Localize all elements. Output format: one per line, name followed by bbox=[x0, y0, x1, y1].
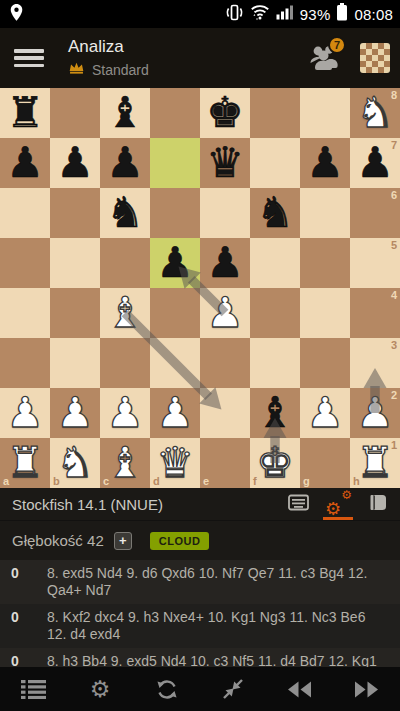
square-h7[interactable]: ♟7 bbox=[350, 138, 400, 188]
piece-black-bishop: ♝ bbox=[256, 388, 294, 438]
square-c3[interactable] bbox=[100, 338, 150, 388]
line-moves: 8. h3 Bb4 9. exd5 Nd4 10. c3 Nf5 11. d4 … bbox=[47, 653, 392, 667]
file-label: f bbox=[253, 476, 257, 487]
file-label: b bbox=[53, 476, 60, 487]
engine-line-3[interactable]: 0 8. h3 Bb4 9. exd5 Nd4 10. c3 Nf5 11. d… bbox=[0, 648, 400, 667]
square-c6[interactable]: ♞ bbox=[100, 188, 150, 238]
square-c7[interactable]: ♟ bbox=[100, 138, 150, 188]
tab-hashboard[interactable] bbox=[286, 488, 310, 520]
file-label: g bbox=[303, 476, 310, 487]
line-eval: 0 bbox=[0, 565, 47, 599]
square-b1[interactable]: ♞b bbox=[50, 438, 100, 488]
square-d4[interactable] bbox=[150, 288, 200, 338]
clock-time: 08:08 bbox=[354, 6, 393, 23]
square-g3[interactable] bbox=[300, 338, 350, 388]
flip-refresh-button[interactable] bbox=[145, 671, 189, 707]
square-g7[interactable]: ♟ bbox=[300, 138, 350, 188]
piece-black-pawn: ♟ bbox=[306, 138, 344, 188]
piece-black-pawn: ♟ bbox=[56, 138, 94, 188]
piece-white-pawn: ♟ bbox=[206, 288, 244, 338]
piece-black-pawn: ♟ bbox=[156, 238, 194, 288]
piece-white-knight: ♞ bbox=[356, 88, 394, 138]
square-b4[interactable] bbox=[50, 288, 100, 338]
engine-header: Stockfish 14.1 (NNUE) ⚙ ⚙ bbox=[0, 488, 400, 520]
square-h2[interactable]: ♟2 bbox=[350, 388, 400, 438]
square-b7[interactable]: ♟ bbox=[50, 138, 100, 188]
square-g1[interactable]: g bbox=[300, 438, 350, 488]
file-label: h bbox=[353, 476, 360, 487]
line-moves: 8. exd5 Nd4 9. d6 Qxd6 10. Nf7 Qe7 11. c… bbox=[47, 565, 392, 599]
cloud-badge: CLOUD bbox=[150, 532, 210, 550]
engine-lines: 0 8. exd5 Nd4 9. d6 Qxd6 10. Nf7 Qe7 11.… bbox=[0, 560, 400, 667]
line-moves: 8. Kxf2 dxc4 9. h3 Nxe4+ 10. Kg1 Ng3 11.… bbox=[47, 609, 392, 643]
tab-engine-settings[interactable]: ⚙ ⚙ bbox=[326, 488, 350, 520]
piece-white-bishop: ♝ bbox=[106, 438, 144, 488]
battery-icon bbox=[336, 3, 348, 25]
square-g2[interactable]: ♟ bbox=[300, 388, 350, 438]
engine-panel: Stockfish 14.1 (NNUE) ⚙ ⚙ bbox=[0, 488, 400, 667]
collapse-arrows-icon bbox=[222, 678, 244, 700]
fast-forward-icon bbox=[353, 680, 380, 699]
square-f3[interactable] bbox=[250, 338, 300, 388]
rank-label: 8 bbox=[391, 90, 397, 101]
line-eval: 0 bbox=[0, 609, 47, 643]
depth-label: Głębokość 42 bbox=[12, 532, 104, 549]
square-f5[interactable] bbox=[250, 238, 300, 288]
depth-row: Głębokość 42 + CLOUD bbox=[0, 520, 400, 560]
friends-button[interactable]: 7 bbox=[308, 42, 342, 74]
square-f8[interactable] bbox=[250, 88, 300, 138]
square-c1[interactable]: ♝c bbox=[100, 438, 150, 488]
rank-label: 6 bbox=[391, 190, 397, 201]
piece-black-king: ♚ bbox=[206, 88, 244, 138]
menu-icon[interactable] bbox=[14, 47, 44, 69]
file-label: a bbox=[3, 476, 9, 487]
piece-black-bishop: ♝ bbox=[106, 88, 144, 138]
square-d5[interactable]: ♟ bbox=[150, 238, 200, 288]
square-a3[interactable] bbox=[0, 338, 50, 388]
rank-label: 3 bbox=[391, 340, 397, 351]
square-a2[interactable]: ♟ bbox=[0, 388, 50, 438]
square-f6[interactable]: ♞ bbox=[250, 188, 300, 238]
square-c5[interactable] bbox=[100, 238, 150, 288]
crown-icon bbox=[68, 60, 85, 79]
bottom-toolbar: ⚙ bbox=[0, 667, 400, 711]
square-e4[interactable]: ♟ bbox=[200, 288, 250, 338]
square-g5[interactable] bbox=[300, 238, 350, 288]
file-label: d bbox=[153, 476, 160, 487]
piece-white-queen: ♛ bbox=[156, 438, 194, 488]
engine-name: Stockfish 14.1 (NNUE) bbox=[12, 496, 286, 513]
book-icon bbox=[369, 494, 387, 515]
square-d2[interactable]: ♟ bbox=[150, 388, 200, 438]
piece-white-pawn: ♟ bbox=[306, 388, 344, 438]
piece-white-pawn: ♟ bbox=[356, 388, 394, 438]
square-a6[interactable] bbox=[0, 188, 50, 238]
square-g8[interactable] bbox=[300, 88, 350, 138]
square-f7[interactable] bbox=[250, 138, 300, 188]
deeper-button[interactable]: + bbox=[114, 532, 132, 550]
square-g4[interactable] bbox=[300, 288, 350, 338]
battery-percent: 93% bbox=[300, 6, 331, 23]
square-c4[interactable]: ♝ bbox=[100, 288, 150, 338]
piece-black-pawn: ♟ bbox=[106, 138, 144, 188]
piece-white-pawn: ♟ bbox=[106, 388, 144, 438]
square-f1[interactable]: ♚f bbox=[250, 438, 300, 488]
square-f2[interactable]: ♝ bbox=[250, 388, 300, 438]
square-a8[interactable]: ♜ bbox=[0, 88, 50, 138]
location-pin-icon bbox=[9, 3, 24, 26]
people-icon bbox=[308, 58, 340, 75]
square-h4[interactable]: 4 bbox=[350, 288, 400, 338]
square-h6[interactable]: 6 bbox=[350, 188, 400, 238]
app-header: Analiza Standard 7 bbox=[0, 28, 400, 88]
rank-label: 5 bbox=[391, 240, 397, 251]
square-a4[interactable] bbox=[0, 288, 50, 338]
square-c2[interactable]: ♟ bbox=[100, 388, 150, 438]
rewind-button[interactable] bbox=[278, 671, 322, 707]
square-e6[interactable] bbox=[200, 188, 250, 238]
square-h1[interactable]: ♜1h bbox=[350, 438, 400, 488]
square-h3[interactable]: 3 bbox=[350, 338, 400, 388]
piece-black-queen: ♛ bbox=[206, 138, 244, 188]
piece-black-knight: ♞ bbox=[256, 188, 294, 238]
fast-rewind-icon bbox=[286, 680, 313, 699]
screen-icon bbox=[288, 494, 309, 515]
piece-white-pawn: ♟ bbox=[6, 388, 44, 438]
square-e5[interactable]: ♟ bbox=[200, 238, 250, 288]
piece-black-pawn: ♟ bbox=[356, 138, 394, 188]
piece-white-pawn: ♟ bbox=[56, 388, 94, 438]
square-e2[interactable] bbox=[200, 388, 250, 438]
gear-icon: ⚙ bbox=[90, 678, 111, 701]
page-title: Analiza bbox=[68, 37, 308, 57]
piece-white-knight: ♞ bbox=[56, 438, 94, 488]
rank-label: 7 bbox=[391, 140, 397, 151]
square-b5[interactable] bbox=[50, 238, 100, 288]
square-d3[interactable] bbox=[150, 338, 200, 388]
piece-white-rook: ♜ bbox=[6, 438, 44, 488]
square-b6[interactable] bbox=[50, 188, 100, 238]
piece-black-knight: ♞ bbox=[106, 188, 144, 238]
forward-button[interactable] bbox=[345, 671, 389, 707]
status-bar: 93% 08:08 bbox=[0, 0, 400, 28]
square-d8[interactable] bbox=[150, 88, 200, 138]
tab-opening-book[interactable] bbox=[366, 488, 390, 520]
square-d6[interactable] bbox=[150, 188, 200, 238]
piece-white-rook: ♜ bbox=[356, 438, 394, 488]
piece-black-pawn: ♟ bbox=[206, 238, 244, 288]
square-b3[interactable] bbox=[50, 338, 100, 388]
square-g6[interactable] bbox=[300, 188, 350, 238]
collapse-button[interactable] bbox=[211, 671, 255, 707]
rank-label: 1 bbox=[391, 440, 397, 451]
square-e1[interactable]: e bbox=[200, 438, 250, 488]
variant-label: Standard bbox=[92, 62, 149, 78]
square-h5[interactable]: 5 bbox=[350, 238, 400, 288]
cell-signal-icon bbox=[276, 4, 294, 24]
square-e8[interactable]: ♚ bbox=[200, 88, 250, 138]
rank-label: 2 bbox=[391, 390, 397, 401]
square-f4[interactable] bbox=[250, 288, 300, 338]
piece-white-bishop: ♝ bbox=[106, 288, 144, 338]
move-list-button[interactable] bbox=[11, 671, 55, 707]
board-container: ♜♝♚♞8♟♟♟♛♟♟7♞♞6♟♟5♝♟43♟♟♟♟♝♟♟2♜a♞b♝c♛de♚… bbox=[0, 88, 400, 488]
line-eval: 0 bbox=[0, 653, 47, 667]
piece-black-rook: ♜ bbox=[6, 88, 44, 138]
vibrate-icon bbox=[225, 4, 244, 25]
board-theme-icon[interactable] bbox=[360, 43, 390, 73]
gears-icon: ⚙ ⚙ bbox=[326, 492, 350, 516]
square-a7[interactable]: ♟ bbox=[0, 138, 50, 188]
rank-label: 4 bbox=[391, 290, 397, 301]
square-a1[interactable]: ♜a bbox=[0, 438, 50, 488]
chess-board[interactable]: ♜♝♚♞8♟♟♟♛♟♟7♞♞6♟♟5♝♟43♟♟♟♟♝♟♟2♜a♞b♝c♛de♚… bbox=[0, 88, 400, 488]
file-label: c bbox=[103, 476, 109, 487]
engine-line-1[interactable]: 0 8. exd5 Nd4 9. d6 Qxd6 10. Nf7 Qe7 11.… bbox=[0, 560, 400, 604]
piece-black-pawn: ♟ bbox=[6, 138, 44, 188]
wifi-icon bbox=[250, 3, 270, 25]
square-e7[interactable]: ♛ bbox=[200, 138, 250, 188]
piece-white-king: ♚ bbox=[256, 438, 294, 488]
square-c8[interactable]: ♝ bbox=[100, 88, 150, 138]
square-d1[interactable]: ♛d bbox=[150, 438, 200, 488]
file-label: e bbox=[203, 476, 209, 487]
square-b8[interactable] bbox=[50, 88, 100, 138]
friends-badge: 7 bbox=[328, 36, 346, 54]
app-root: 93% 08:08 Analiza Standard 7 bbox=[0, 0, 400, 711]
square-e3[interactable] bbox=[200, 338, 250, 388]
piece-white-pawn: ♟ bbox=[156, 388, 194, 438]
list-icon bbox=[21, 679, 46, 699]
square-a5[interactable] bbox=[0, 238, 50, 288]
settings-button[interactable]: ⚙ bbox=[78, 671, 122, 707]
square-d7[interactable] bbox=[150, 138, 200, 188]
refresh-icon bbox=[155, 678, 179, 701]
square-h8[interactable]: ♞8 bbox=[350, 88, 400, 138]
square-b2[interactable]: ♟ bbox=[50, 388, 100, 438]
engine-line-2[interactable]: 0 8. Kxf2 dxc4 9. h3 Nxe4+ 10. Kg1 Ng3 1… bbox=[0, 604, 400, 648]
